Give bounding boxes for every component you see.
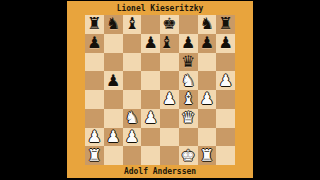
square-h2 bbox=[216, 128, 235, 147]
square-d8 bbox=[141, 15, 160, 34]
black-rook-a8: ♜ bbox=[85, 15, 104, 34]
square-c1 bbox=[123, 146, 142, 165]
black-pawn-g7: ♟ bbox=[198, 34, 217, 53]
square-h5: ♟ bbox=[216, 71, 235, 90]
square-d1 bbox=[141, 146, 160, 165]
white-knight-f5: ♞ bbox=[179, 71, 198, 90]
square-a6 bbox=[85, 53, 104, 72]
square-f6: ♛ bbox=[179, 53, 198, 72]
square-g6 bbox=[198, 53, 217, 72]
square-c2: ♟ bbox=[123, 128, 142, 147]
white-pawn-c2: ♟ bbox=[123, 128, 142, 147]
square-b3 bbox=[104, 109, 123, 128]
white-bishop-f4: ♝ bbox=[179, 90, 198, 109]
square-e3 bbox=[160, 109, 179, 128]
square-d6 bbox=[141, 53, 160, 72]
white-pawn-h5: ♟ bbox=[216, 71, 235, 90]
player-name-bottom: Adolf Anderssen bbox=[67, 166, 253, 177]
white-rook-g1: ♜ bbox=[198, 146, 217, 165]
square-e7: ♝ bbox=[160, 34, 179, 53]
white-knight-c3: ♞ bbox=[123, 109, 142, 128]
square-h8: ♜ bbox=[216, 15, 235, 34]
black-bishop-e7: ♝ bbox=[157, 34, 176, 53]
black-bishop-c8: ♝ bbox=[123, 15, 142, 34]
white-pawn-g4: ♟ bbox=[198, 90, 217, 109]
square-e6 bbox=[160, 53, 179, 72]
square-g3 bbox=[198, 109, 217, 128]
square-f1: ♚ bbox=[179, 146, 198, 165]
square-c3: ♞ bbox=[123, 109, 142, 128]
square-f7: ♟ bbox=[179, 34, 198, 53]
square-g7: ♟ bbox=[198, 34, 217, 53]
square-a5 bbox=[85, 71, 104, 90]
square-b2: ♟ bbox=[104, 128, 123, 147]
square-h1 bbox=[216, 146, 235, 165]
square-a3 bbox=[85, 109, 104, 128]
white-pawn-a2: ♟ bbox=[85, 128, 104, 147]
square-d4 bbox=[141, 90, 160, 109]
black-pawn-h7: ♟ bbox=[216, 34, 235, 53]
square-b7 bbox=[104, 34, 123, 53]
game-frame: Lionel Kieseritzky ♜♞♝♚♞♜♟♟♝♟♟♟♛♟♞♟♟♝♟♞♟… bbox=[67, 0, 253, 180]
square-h7: ♟ bbox=[216, 34, 235, 53]
square-a7: ♟ bbox=[85, 34, 104, 53]
square-e2 bbox=[160, 128, 179, 147]
square-f3: ♛ bbox=[179, 109, 198, 128]
square-a2: ♟ bbox=[85, 128, 104, 147]
square-b6 bbox=[104, 53, 123, 72]
square-g2 bbox=[198, 128, 217, 147]
square-e8: ♚ bbox=[160, 15, 179, 34]
square-b5: ♟ bbox=[104, 71, 123, 90]
chess-board: ♜♞♝♚♞♜♟♟♝♟♟♟♛♟♞♟♟♝♟♞♟♛♟♟♟♜♚♜ bbox=[85, 15, 235, 165]
square-c8: ♝ bbox=[123, 15, 142, 34]
square-a4 bbox=[85, 90, 104, 109]
black-pawn-b5: ♟ bbox=[104, 71, 123, 90]
square-b1 bbox=[104, 146, 123, 165]
square-d5 bbox=[141, 71, 160, 90]
black-rook-h8: ♜ bbox=[216, 15, 235, 34]
square-f8 bbox=[179, 15, 198, 34]
square-c4 bbox=[123, 90, 142, 109]
square-e1 bbox=[160, 146, 179, 165]
black-king-e8: ♚ bbox=[160, 15, 179, 34]
square-h3 bbox=[216, 109, 235, 128]
black-pawn-a7: ♟ bbox=[85, 34, 104, 53]
white-king-f1: ♚ bbox=[179, 146, 198, 165]
square-d3: ♟ bbox=[141, 109, 160, 128]
square-e4: ♟ bbox=[160, 90, 179, 109]
square-f5: ♞ bbox=[179, 71, 198, 90]
square-g4: ♟ bbox=[198, 90, 217, 109]
square-b8: ♞ bbox=[104, 15, 123, 34]
black-queen-f6: ♛ bbox=[179, 53, 198, 72]
square-g5 bbox=[198, 71, 217, 90]
square-g1: ♜ bbox=[198, 146, 217, 165]
square-c6 bbox=[123, 53, 142, 72]
white-pawn-b2: ♟ bbox=[104, 128, 123, 147]
square-e5 bbox=[160, 71, 179, 90]
white-pawn-d3: ♟ bbox=[141, 109, 160, 128]
black-knight-g8: ♞ bbox=[198, 15, 217, 34]
square-f4: ♝ bbox=[179, 90, 198, 109]
square-b4 bbox=[104, 90, 123, 109]
player-name-top: Lionel Kieseritzky bbox=[67, 3, 253, 14]
square-h6 bbox=[216, 53, 235, 72]
square-d2 bbox=[141, 128, 160, 147]
white-rook-a1: ♜ bbox=[85, 146, 104, 165]
square-g8: ♞ bbox=[198, 15, 217, 34]
white-pawn-e4: ♟ bbox=[160, 90, 179, 109]
square-a1: ♜ bbox=[85, 146, 104, 165]
white-queen-f3: ♛ bbox=[179, 109, 198, 128]
black-knight-b8: ♞ bbox=[104, 15, 123, 34]
black-pawn-f7: ♟ bbox=[179, 34, 198, 53]
video-frame[interactable]: Lionel Kieseritzky ♜♞♝♚♞♜♟♟♝♟♟♟♛♟♞♟♟♝♟♞♟… bbox=[0, 0, 320, 180]
square-h4 bbox=[216, 90, 235, 109]
square-a8: ♜ bbox=[85, 15, 104, 34]
square-f2 bbox=[179, 128, 198, 147]
square-c7 bbox=[123, 34, 142, 53]
square-c5 bbox=[123, 71, 142, 90]
